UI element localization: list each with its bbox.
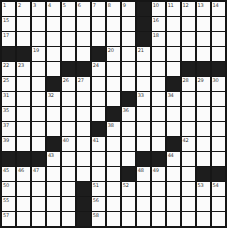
white-cell-r14-c9[interactable] (137, 212, 150, 226)
clue-number-24: 24 (93, 62, 99, 68)
white-cell-r8-c11[interactable] (167, 122, 180, 136)
clue-number-5: 5 (63, 2, 66, 8)
white-cell-r0-c11[interactable]: 11 (167, 2, 180, 16)
white-cell-r6-c11[interactable]: 34 (167, 92, 180, 106)
white-cell-r14-c11[interactable] (167, 212, 180, 226)
white-cell-r11-c9[interactable]: 48 (137, 167, 150, 181)
white-cell-r10-c7[interactable] (107, 152, 120, 166)
white-cell-r14-c12[interactable] (182, 212, 195, 226)
white-cell-r13-c0[interactable]: 55 (2, 197, 15, 211)
clue-number-1: 1 (3, 2, 6, 8)
black-cell-r14-c5 (77, 212, 90, 226)
black-cell-r9-c11 (167, 137, 180, 151)
clue-number-58: 58 (93, 212, 99, 218)
white-cell-r4-c6[interactable]: 24 (92, 62, 105, 76)
white-cell-r13-c13[interactable] (197, 197, 210, 211)
clue-number-39: 39 (3, 137, 9, 143)
white-cell-r10-c13[interactable] (197, 152, 210, 166)
white-cell-r6-c2[interactable] (32, 92, 45, 106)
white-cell-r7-c12[interactable] (182, 107, 195, 121)
white-cell-r2-c7[interactable] (107, 32, 120, 46)
white-cell-r0-c2[interactable]: 3 (32, 2, 45, 16)
white-cell-r1-c5[interactable] (77, 17, 90, 31)
white-cell-r0-c6[interactable]: 7 (92, 2, 105, 16)
white-cell-r11-c12[interactable] (182, 167, 195, 181)
white-cell-r5-c6[interactable] (92, 77, 105, 91)
clue-number-11: 11 (168, 2, 174, 8)
white-cell-r7-c4[interactable] (62, 107, 75, 121)
white-cell-r9-c10[interactable] (152, 137, 165, 151)
white-cell-r2-c12[interactable] (182, 32, 195, 46)
clue-number-35: 35 (3, 107, 9, 113)
white-cell-r6-c6[interactable] (92, 92, 105, 106)
white-cell-r11-c2[interactable]: 47 (32, 167, 45, 181)
white-cell-r8-c5[interactable] (77, 122, 90, 136)
white-cell-r5-c0[interactable]: 25 (2, 77, 15, 91)
white-cell-r1-c14[interactable] (212, 17, 225, 31)
white-cell-r0-c4[interactable]: 5 (62, 2, 75, 16)
white-cell-r5-c12[interactable]: 28 (182, 77, 195, 91)
clue-number-22: 22 (3, 62, 9, 68)
white-cell-r13-c10[interactable] (152, 197, 165, 211)
white-cell-r0-c13[interactable]: 13 (197, 2, 210, 16)
clue-number-55: 55 (3, 197, 9, 203)
white-cell-r13-c7[interactable] (107, 197, 120, 211)
white-cell-r12-c10[interactable] (152, 182, 165, 196)
white-cell-r2-c8[interactable] (122, 32, 135, 46)
clue-number-14: 14 (213, 2, 219, 8)
white-cell-r6-c4[interactable] (62, 92, 75, 106)
white-cell-r12-c3[interactable] (47, 182, 60, 196)
white-cell-r1-c4[interactable] (62, 17, 75, 31)
clue-number-15: 15 (3, 17, 9, 23)
white-cell-r4-c10[interactable] (152, 62, 165, 76)
white-cell-r3-c2[interactable]: 19 (32, 47, 45, 61)
white-cell-r14-c14[interactable] (212, 212, 225, 226)
white-cell-r8-c0[interactable]: 37 (2, 122, 15, 136)
clue-number-31: 31 (3, 92, 9, 98)
white-cell-r0-c14[interactable]: 14 (212, 2, 225, 16)
white-cell-r9-c0[interactable]: 39 (2, 137, 15, 151)
white-cell-r14-c1[interactable] (17, 212, 30, 226)
white-cell-r9-c13[interactable] (197, 137, 210, 151)
white-cell-r12-c4[interactable] (62, 182, 75, 196)
white-cell-r13-c2[interactable] (32, 197, 45, 211)
black-cell-r3-c6 (92, 47, 105, 61)
white-cell-r2-c1[interactable] (17, 32, 30, 46)
white-cell-r2-c13[interactable] (197, 32, 210, 46)
white-cell-r4-c0[interactable]: 22 (2, 62, 15, 76)
clue-number-8: 8 (108, 2, 111, 8)
black-cell-r12-c5 (77, 182, 90, 196)
white-cell-r10-c3[interactable]: 43 (47, 152, 60, 166)
white-cell-r9-c9[interactable] (137, 137, 150, 151)
white-cell-r7-c6[interactable] (92, 107, 105, 121)
black-cell-r10-c10 (152, 152, 165, 166)
black-cell-r5-c11 (167, 77, 180, 91)
white-cell-r12-c8[interactable]: 52 (122, 182, 135, 196)
clue-number-44: 44 (168, 152, 174, 158)
white-cell-r2-c14[interactable] (212, 32, 225, 46)
white-cell-r11-c7[interactable] (107, 167, 120, 181)
white-cell-r8-c12[interactable] (182, 122, 195, 136)
white-cell-r10-c14[interactable] (212, 152, 225, 166)
white-cell-r7-c0[interactable]: 35 (2, 107, 15, 121)
white-cell-r1-c11[interactable] (167, 17, 180, 31)
white-cell-r12-c6[interactable]: 51 (92, 182, 105, 196)
white-cell-r8-c3[interactable] (47, 122, 60, 136)
black-cell-r11-c13 (197, 167, 210, 181)
white-cell-r11-c3[interactable] (47, 167, 60, 181)
clue-number-4: 4 (48, 2, 51, 8)
white-cell-r3-c12[interactable] (182, 47, 195, 61)
clue-number-33: 33 (138, 92, 144, 98)
white-cell-r3-c11[interactable] (167, 47, 180, 61)
white-cell-r13-c4[interactable] (62, 197, 75, 211)
black-cell-r10-c1 (17, 152, 30, 166)
white-cell-r14-c3[interactable] (47, 212, 60, 226)
white-cell-r6-c14[interactable] (212, 92, 225, 106)
white-cell-r3-c13[interactable] (197, 47, 210, 61)
white-cell-r7-c10[interactable] (152, 107, 165, 121)
clue-number-6: 6 (78, 2, 81, 8)
crossword-puzzle: 1234567891011121314151617181920212223242… (0, 0, 227, 228)
white-cell-r1-c1[interactable] (17, 17, 30, 31)
white-cell-r0-c5[interactable]: 6 (77, 2, 90, 16)
clue-number-30: 30 (213, 77, 219, 83)
white-cell-r7-c14[interactable] (212, 107, 225, 121)
white-cell-r6-c5[interactable] (77, 92, 90, 106)
white-cell-r6-c10[interactable] (152, 92, 165, 106)
white-cell-r7-c13[interactable] (197, 107, 210, 121)
white-cell-r3-c5[interactable] (77, 47, 90, 61)
clue-number-19: 19 (33, 47, 39, 53)
white-cell-r9-c1[interactable] (17, 137, 30, 151)
black-cell-r5-c3 (47, 77, 60, 91)
white-cell-r9-c2[interactable] (32, 137, 45, 151)
white-cell-r4-c8[interactable] (122, 62, 135, 76)
white-cell-r11-c1[interactable]: 46 (17, 167, 30, 181)
white-cell-r13-c14[interactable] (212, 197, 225, 211)
clue-number-41: 41 (93, 137, 99, 143)
crossword-board: 1234567891011121314151617181920212223242… (0, 0, 227, 228)
white-cell-r14-c6[interactable]: 58 (92, 212, 105, 226)
white-cell-r9-c5[interactable] (77, 137, 90, 151)
white-cell-r11-c10[interactable]: 49 (152, 167, 165, 181)
clue-number-43: 43 (48, 152, 54, 158)
clue-number-16: 16 (153, 17, 159, 23)
clue-number-29: 29 (198, 77, 204, 83)
clue-number-20: 20 (108, 47, 114, 53)
white-cell-r7-c3[interactable] (47, 107, 60, 121)
white-cell-r6-c7[interactable] (107, 92, 120, 106)
white-cell-r8-c10[interactable] (152, 122, 165, 136)
white-cell-r3-c14[interactable] (212, 47, 225, 61)
black-cell-r10-c9 (137, 152, 150, 166)
clue-number-54: 54 (213, 182, 219, 188)
white-cell-r5-c8[interactable] (122, 77, 135, 91)
black-cell-r3-c0 (2, 47, 15, 61)
white-cell-r0-c10[interactable]: 10 (152, 2, 165, 16)
white-cell-r7-c8[interactable]: 36 (122, 107, 135, 121)
white-cell-r5-c5[interactable]: 27 (77, 77, 90, 91)
white-cell-r6-c0[interactable]: 31 (2, 92, 15, 106)
white-cell-r8-c8[interactable] (122, 122, 135, 136)
clue-number-25: 25 (3, 77, 9, 83)
clue-number-36: 36 (123, 107, 129, 113)
white-cell-r10-c11[interactable]: 44 (167, 152, 180, 166)
white-cell-r5-c2[interactable] (32, 77, 45, 91)
white-cell-r9-c8[interactable] (122, 137, 135, 151)
clue-number-12: 12 (183, 2, 189, 8)
black-cell-r4-c14 (212, 62, 225, 76)
white-cell-r4-c9[interactable] (137, 62, 150, 76)
clue-number-52: 52 (123, 182, 129, 188)
white-cell-r12-c12[interactable] (182, 182, 195, 196)
white-cell-r5-c14[interactable]: 30 (212, 77, 225, 91)
white-cell-r7-c2[interactable] (32, 107, 45, 121)
clue-number-9: 9 (123, 2, 126, 8)
white-cell-r4-c3[interactable] (47, 62, 60, 76)
clue-number-21: 21 (138, 47, 144, 53)
white-cell-r5-c13[interactable]: 29 (197, 77, 210, 91)
clue-number-32: 32 (48, 92, 54, 98)
white-cell-r5-c1[interactable] (17, 77, 30, 91)
white-cell-r10-c8[interactable] (122, 152, 135, 166)
black-cell-r8-c6 (92, 122, 105, 136)
white-cell-r0-c3[interactable]: 4 (47, 2, 60, 16)
white-cell-r8-c4[interactable] (62, 122, 75, 136)
white-cell-r1-c2[interactable] (32, 17, 45, 31)
white-cell-r9-c7[interactable] (107, 137, 120, 151)
white-cell-r13-c12[interactable] (182, 197, 195, 211)
white-cell-r7-c9[interactable] (137, 107, 150, 121)
clue-number-46: 46 (18, 167, 24, 173)
white-cell-r11-c5[interactable] (77, 167, 90, 181)
white-cell-r14-c0[interactable]: 57 (2, 212, 15, 226)
white-cell-r2-c4[interactable] (62, 32, 75, 46)
clue-number-50: 50 (3, 182, 9, 188)
black-cell-r4-c13 (197, 62, 210, 76)
white-cell-r4-c11[interactable] (167, 62, 180, 76)
white-cell-r0-c12[interactable]: 12 (182, 2, 195, 16)
white-cell-r5-c10[interactable] (152, 77, 165, 91)
white-cell-r8-c9[interactable] (137, 122, 150, 136)
white-cell-r11-c0[interactable]: 45 (2, 167, 15, 181)
black-cell-r11-c14 (212, 167, 225, 181)
white-cell-r10-c12[interactable] (182, 152, 195, 166)
clue-number-47: 47 (33, 167, 39, 173)
white-cell-r9-c6[interactable]: 41 (92, 137, 105, 151)
white-cell-r5-c7[interactable] (107, 77, 120, 91)
white-cell-r1-c0[interactable]: 15 (2, 17, 15, 31)
clue-number-45: 45 (3, 167, 9, 173)
white-cell-r1-c13[interactable] (197, 17, 210, 31)
white-cell-r12-c13[interactable]: 53 (197, 182, 210, 196)
white-cell-r6-c12[interactable] (182, 92, 195, 106)
white-cell-r2-c3[interactable] (47, 32, 60, 46)
white-cell-r8-c14[interactable] (212, 122, 225, 136)
black-cell-r6-c8 (122, 92, 135, 106)
white-cell-r3-c10[interactable] (152, 47, 165, 61)
black-cell-r4-c5 (77, 62, 90, 76)
white-cell-r0-c1[interactable]: 2 (17, 2, 30, 16)
white-cell-r8-c13[interactable] (197, 122, 210, 136)
white-cell-r2-c5[interactable] (77, 32, 90, 46)
black-cell-r2-c9 (137, 32, 150, 46)
white-cell-r1-c8[interactable] (122, 17, 135, 31)
white-cell-r3-c3[interactable] (47, 47, 60, 61)
white-cell-r13-c1[interactable] (17, 197, 30, 211)
white-cell-r11-c4[interactable] (62, 167, 75, 181)
white-cell-r11-c6[interactable] (92, 167, 105, 181)
clue-number-3: 3 (33, 2, 36, 8)
white-cell-r1-c10[interactable]: 16 (152, 17, 165, 31)
white-cell-r3-c7[interactable]: 20 (107, 47, 120, 61)
white-cell-r1-c7[interactable] (107, 17, 120, 31)
white-cell-r0-c7[interactable]: 8 (107, 2, 120, 16)
white-cell-r7-c1[interactable] (17, 107, 30, 121)
black-cell-r0-c9 (137, 2, 150, 16)
black-cell-r9-c3 (47, 137, 60, 151)
white-cell-r4-c2[interactable] (32, 62, 45, 76)
white-cell-r13-c3[interactable] (47, 197, 60, 211)
clue-number-57: 57 (3, 212, 9, 218)
white-cell-r4-c1[interactable]: 23 (17, 62, 30, 76)
white-cell-r5-c4[interactable]: 26 (62, 77, 75, 91)
white-cell-r7-c11[interactable] (167, 107, 180, 121)
white-cell-r14-c13[interactable] (197, 212, 210, 226)
white-cell-r3-c4[interactable] (62, 47, 75, 61)
clue-number-7: 7 (93, 2, 96, 8)
white-cell-r12-c9[interactable] (137, 182, 150, 196)
clue-number-26: 26 (63, 77, 69, 83)
white-cell-r14-c7[interactable] (107, 212, 120, 226)
clue-number-53: 53 (198, 182, 204, 188)
black-cell-r7-c7 (107, 107, 120, 121)
black-cell-r10-c2 (32, 152, 45, 166)
white-cell-r9-c4[interactable]: 40 (62, 137, 75, 151)
white-cell-r8-c1[interactable] (17, 122, 30, 136)
clue-number-13: 13 (198, 2, 204, 8)
white-cell-r14-c10[interactable] (152, 212, 165, 226)
white-cell-r12-c2[interactable] (32, 182, 45, 196)
clue-number-49: 49 (153, 167, 159, 173)
white-cell-r1-c3[interactable] (47, 17, 60, 31)
white-cell-r4-c7[interactable] (107, 62, 120, 76)
black-cell-r4-c12 (182, 62, 195, 76)
white-cell-r14-c8[interactable] (122, 212, 135, 226)
white-cell-r13-c11[interactable] (167, 197, 180, 211)
white-cell-r11-c11[interactable] (167, 167, 180, 181)
white-cell-r12-c14[interactable]: 54 (212, 182, 225, 196)
white-cell-r9-c14[interactable] (212, 137, 225, 151)
white-cell-r13-c9[interactable] (137, 197, 150, 211)
white-cell-r8-c7[interactable]: 38 (107, 122, 120, 136)
clue-number-38: 38 (108, 122, 114, 128)
black-cell-r3-c1 (17, 47, 30, 61)
white-cell-r13-c8[interactable] (122, 197, 135, 211)
white-cell-r14-c2[interactable] (32, 212, 45, 226)
white-cell-r8-c2[interactable] (32, 122, 45, 136)
white-cell-r10-c5[interactable] (77, 152, 90, 166)
white-cell-r6-c1[interactable] (17, 92, 30, 106)
clue-number-10: 10 (153, 2, 159, 8)
white-cell-r1-c6[interactable] (92, 17, 105, 31)
white-cell-r12-c1[interactable] (17, 182, 30, 196)
white-cell-r14-c4[interactable] (62, 212, 75, 226)
clue-number-42: 42 (183, 137, 189, 143)
white-cell-r3-c8[interactable] (122, 47, 135, 61)
white-cell-r2-c11[interactable] (167, 32, 180, 46)
white-cell-r2-c6[interactable] (92, 32, 105, 46)
clue-number-56: 56 (93, 197, 99, 203)
white-cell-r12-c0[interactable]: 50 (2, 182, 15, 196)
white-cell-r0-c0[interactable]: 1 (2, 2, 15, 16)
clue-number-17: 17 (3, 32, 9, 38)
black-cell-r11-c8 (122, 167, 135, 181)
clue-number-27: 27 (78, 77, 84, 83)
black-cell-r13-c5 (77, 197, 90, 211)
clue-number-18: 18 (153, 32, 159, 38)
white-cell-r12-c7[interactable] (107, 182, 120, 196)
white-cell-r1-c12[interactable] (182, 17, 195, 31)
white-cell-r9-c12[interactable]: 42 (182, 137, 195, 151)
clue-number-23: 23 (18, 62, 24, 68)
clue-number-28: 28 (183, 77, 189, 83)
white-cell-r3-c9[interactable]: 21 (137, 47, 150, 61)
white-cell-r10-c6[interactable] (92, 152, 105, 166)
clue-number-37: 37 (3, 122, 9, 128)
white-cell-r2-c0[interactable]: 17 (2, 32, 15, 46)
clue-number-51: 51 (93, 182, 99, 188)
clue-number-40: 40 (63, 137, 69, 143)
clue-number-48: 48 (138, 167, 144, 173)
white-cell-r6-c13[interactable] (197, 92, 210, 106)
black-cell-r10-c0 (2, 152, 15, 166)
white-cell-r6-c3[interactable]: 32 (47, 92, 60, 106)
white-cell-r5-c9[interactable] (137, 77, 150, 91)
white-cell-r13-c6[interactable]: 56 (92, 197, 105, 211)
black-cell-r1-c9 (137, 17, 150, 31)
black-cell-r4-c4 (62, 62, 75, 76)
white-cell-r10-c4[interactable] (62, 152, 75, 166)
white-cell-r6-c9[interactable]: 33 (137, 92, 150, 106)
white-cell-r7-c5[interactable] (77, 107, 90, 121)
clue-number-2: 2 (18, 2, 21, 8)
white-cell-r2-c10[interactable]: 18 (152, 32, 165, 46)
white-cell-r12-c11[interactable] (167, 182, 180, 196)
clue-number-34: 34 (168, 92, 174, 98)
white-cell-r0-c8[interactable]: 9 (122, 2, 135, 16)
white-cell-r2-c2[interactable] (32, 32, 45, 46)
